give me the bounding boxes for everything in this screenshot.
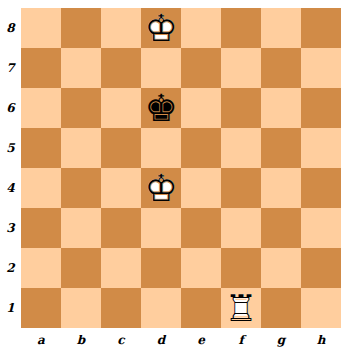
- piece-black-king-d6[interactable]: ♚: [141, 88, 181, 128]
- square-f7[interactable]: [221, 48, 261, 88]
- white-king-outline-glyph: ♔: [141, 168, 181, 208]
- rank-labels: 87654321: [0, 8, 21, 328]
- square-b2[interactable]: [61, 248, 101, 288]
- square-c1[interactable]: [101, 288, 141, 328]
- file-labels: abcdefgh: [21, 329, 341, 351]
- file-label-c: c: [101, 329, 141, 351]
- file-label-b: b: [61, 329, 101, 351]
- square-c3[interactable]: [101, 208, 141, 248]
- square-e3[interactable]: [181, 208, 221, 248]
- square-f1[interactable]: ♜♖: [221, 288, 261, 328]
- square-d3[interactable]: [141, 208, 181, 248]
- rank-label-5: 5: [0, 128, 21, 168]
- file-label-a: a: [21, 329, 61, 351]
- white-king-outline-glyph: ♔: [141, 8, 181, 48]
- square-g3[interactable]: [261, 208, 301, 248]
- square-b5[interactable]: [61, 128, 101, 168]
- rank-label-2: 2: [0, 248, 21, 288]
- square-g8[interactable]: [261, 8, 301, 48]
- square-d5[interactable]: [141, 128, 181, 168]
- piece-white-rook-f1[interactable]: ♜♖: [221, 288, 261, 328]
- square-e2[interactable]: [181, 248, 221, 288]
- square-c7[interactable]: [101, 48, 141, 88]
- square-h7[interactable]: [301, 48, 341, 88]
- rank-label-4: 4: [0, 168, 21, 208]
- square-b8[interactable]: [61, 8, 101, 48]
- square-a7[interactable]: [21, 48, 61, 88]
- square-a6[interactable]: [21, 88, 61, 128]
- piece-white-king-d8[interactable]: ♚♔: [141, 8, 181, 48]
- square-b1[interactable]: [61, 288, 101, 328]
- square-h3[interactable]: [301, 208, 341, 248]
- square-c2[interactable]: [101, 248, 141, 288]
- square-a1[interactable]: [21, 288, 61, 328]
- square-h4[interactable]: [301, 168, 341, 208]
- square-g2[interactable]: [261, 248, 301, 288]
- square-g6[interactable]: [261, 88, 301, 128]
- square-a3[interactable]: [21, 208, 61, 248]
- square-b7[interactable]: [61, 48, 101, 88]
- square-d4[interactable]: ♚♔: [141, 168, 181, 208]
- square-e7[interactable]: [181, 48, 221, 88]
- chess-diagram: 87654321 ♚♔♚♚♔♜♖ abcdefgh: [0, 0, 351, 355]
- square-h1[interactable]: [301, 288, 341, 328]
- file-label-g: g: [261, 329, 301, 351]
- square-c5[interactable]: [101, 128, 141, 168]
- square-b6[interactable]: [61, 88, 101, 128]
- rank-label-3: 3: [0, 208, 21, 248]
- square-e4[interactable]: [181, 168, 221, 208]
- square-d1[interactable]: [141, 288, 181, 328]
- square-a8[interactable]: [21, 8, 61, 48]
- square-h6[interactable]: [301, 88, 341, 128]
- square-g7[interactable]: [261, 48, 301, 88]
- square-f2[interactable]: [221, 248, 261, 288]
- rank-label-8: 8: [0, 8, 21, 48]
- square-c4[interactable]: [101, 168, 141, 208]
- square-a4[interactable]: [21, 168, 61, 208]
- square-g1[interactable]: [261, 288, 301, 328]
- square-e1[interactable]: [181, 288, 221, 328]
- square-f3[interactable]: [221, 208, 261, 248]
- square-h5[interactable]: [301, 128, 341, 168]
- white-rook-outline-glyph: ♖: [221, 288, 261, 328]
- piece-white-king-d4[interactable]: ♚♔: [141, 168, 181, 208]
- rank-label-1: 1: [0, 288, 21, 328]
- square-e6[interactable]: [181, 88, 221, 128]
- file-label-d: d: [141, 329, 181, 351]
- square-b3[interactable]: [61, 208, 101, 248]
- square-c6[interactable]: [101, 88, 141, 128]
- square-f6[interactable]: [221, 88, 261, 128]
- square-a2[interactable]: [21, 248, 61, 288]
- square-f4[interactable]: [221, 168, 261, 208]
- square-c8[interactable]: [101, 8, 141, 48]
- file-label-e: e: [181, 329, 221, 351]
- square-g4[interactable]: [261, 168, 301, 208]
- rank-label-7: 7: [0, 48, 21, 88]
- black-king-outline-glyph: [141, 88, 181, 128]
- square-d7[interactable]: [141, 48, 181, 88]
- square-d8[interactable]: ♚♔: [141, 8, 181, 48]
- file-label-f: f: [221, 329, 261, 351]
- square-f8[interactable]: [221, 8, 261, 48]
- square-e5[interactable]: [181, 128, 221, 168]
- square-h8[interactable]: [301, 8, 341, 48]
- square-g5[interactable]: [261, 128, 301, 168]
- square-f5[interactable]: [221, 128, 261, 168]
- square-d2[interactable]: [141, 248, 181, 288]
- rank-label-6: 6: [0, 88, 21, 128]
- file-label-h: h: [301, 329, 341, 351]
- square-b4[interactable]: [61, 168, 101, 208]
- square-a5[interactable]: [21, 128, 61, 168]
- square-d6[interactable]: ♚: [141, 88, 181, 128]
- square-h2[interactable]: [301, 248, 341, 288]
- chess-board: ♚♔♚♚♔♜♖: [21, 8, 341, 328]
- square-e8[interactable]: [181, 8, 221, 48]
